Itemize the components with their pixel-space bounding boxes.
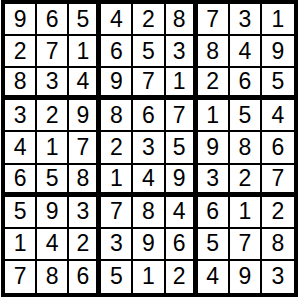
cell-r7c6: 4 [166, 197, 198, 229]
cell-r3c2: 3 [37, 68, 69, 100]
cell-r3c8: 6 [230, 68, 262, 100]
cell-r1c3: 5 [69, 4, 101, 36]
cell-r5c6: 5 [166, 132, 198, 164]
cell-r4c2: 2 [37, 100, 69, 132]
cell-r4c8: 5 [230, 100, 262, 132]
cell-r4c9: 4 [262, 100, 294, 132]
cell-r8c1: 1 [5, 229, 37, 261]
cell-r8c4: 3 [101, 229, 133, 261]
cell-r7c7: 6 [198, 197, 230, 229]
cell-r2c9: 9 [262, 36, 294, 68]
cell-r3c9: 5 [262, 68, 294, 100]
cell-r8c6: 6 [166, 229, 198, 261]
cell-r1c5: 2 [133, 4, 165, 36]
cell-r8c8: 7 [230, 229, 262, 261]
cell-r3c4: 9 [101, 68, 133, 100]
cell-r5c7: 9 [198, 132, 230, 164]
cell-r1c7: 7 [198, 4, 230, 36]
cell-r9c6: 2 [166, 261, 198, 293]
cell-r3c3: 4 [69, 68, 101, 100]
cell-r3c7: 2 [198, 68, 230, 100]
sudoku-board: 9654287312716538498349712653298671544172… [1, 0, 298, 297]
cell-r3c1: 8 [5, 68, 37, 100]
cell-r6c8: 2 [230, 165, 262, 197]
cell-r7c5: 8 [133, 197, 165, 229]
sudoku-page: 9654287312716538498349712653298671544172… [0, 0, 300, 300]
cell-r1c2: 6 [37, 4, 69, 36]
cell-r8c9: 8 [262, 229, 294, 261]
cell-r5c1: 4 [5, 132, 37, 164]
cell-r7c3: 3 [69, 197, 101, 229]
cell-r3c5: 7 [133, 68, 165, 100]
cell-r8c2: 4 [37, 229, 69, 261]
cell-r4c6: 7 [166, 100, 198, 132]
cell-r6c1: 6 [5, 165, 37, 197]
cell-r1c8: 3 [230, 4, 262, 36]
cell-r5c2: 1 [37, 132, 69, 164]
cell-r4c3: 9 [69, 100, 101, 132]
cell-r5c3: 7 [69, 132, 101, 164]
cell-r8c7: 5 [198, 229, 230, 261]
cell-r1c4: 4 [101, 4, 133, 36]
cell-r7c4: 7 [101, 197, 133, 229]
cell-r6c7: 3 [198, 165, 230, 197]
cell-r3c6: 1 [166, 68, 198, 100]
cell-r1c1: 9 [5, 4, 37, 36]
cell-r9c7: 4 [198, 261, 230, 293]
cell-r2c6: 3 [166, 36, 198, 68]
cell-r6c3: 8 [69, 165, 101, 197]
cell-r9c5: 1 [133, 261, 165, 293]
cell-r2c4: 6 [101, 36, 133, 68]
cell-r1c6: 8 [166, 4, 198, 36]
cell-r5c9: 6 [262, 132, 294, 164]
cell-r2c5: 5 [133, 36, 165, 68]
cell-r7c8: 1 [230, 197, 262, 229]
cell-r9c8: 9 [230, 261, 262, 293]
cell-r6c4: 1 [101, 165, 133, 197]
cell-r6c5: 4 [133, 165, 165, 197]
cell-r4c7: 1 [198, 100, 230, 132]
cell-r6c2: 5 [37, 165, 69, 197]
cell-r2c1: 2 [5, 36, 37, 68]
cell-r7c1: 5 [5, 197, 37, 229]
cell-r5c8: 8 [230, 132, 262, 164]
cell-r5c4: 2 [101, 132, 133, 164]
cell-r2c7: 8 [198, 36, 230, 68]
cell-r9c9: 3 [262, 261, 294, 293]
cell-r6c6: 9 [166, 165, 198, 197]
cell-r2c2: 7 [37, 36, 69, 68]
cell-r9c3: 6 [69, 261, 101, 293]
cell-r5c5: 3 [133, 132, 165, 164]
cell-r9c4: 5 [101, 261, 133, 293]
cell-r6c9: 7 [262, 165, 294, 197]
cell-r9c1: 7 [5, 261, 37, 293]
cell-r1c9: 1 [262, 4, 294, 36]
cell-r8c5: 9 [133, 229, 165, 261]
cell-r4c5: 6 [133, 100, 165, 132]
cell-r9c2: 8 [37, 261, 69, 293]
cell-r7c2: 9 [37, 197, 69, 229]
cell-r2c8: 4 [230, 36, 262, 68]
cell-r8c3: 2 [69, 229, 101, 261]
cell-r7c9: 2 [262, 197, 294, 229]
cell-r4c1: 3 [5, 100, 37, 132]
cell-r2c3: 1 [69, 36, 101, 68]
cell-r4c4: 8 [101, 100, 133, 132]
